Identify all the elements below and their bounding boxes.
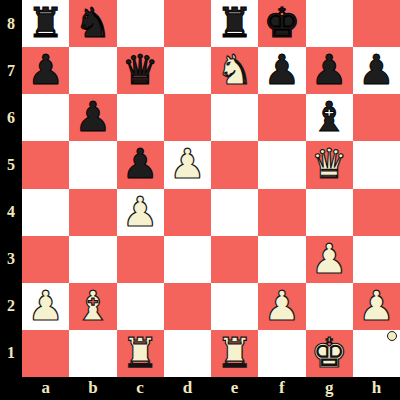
- square-b1[interactable]: [69, 330, 116, 377]
- rank-label-6: 6: [0, 94, 22, 141]
- file-label-g: g: [306, 377, 353, 400]
- black-pawn-h7: ♟: [358, 50, 395, 91]
- rank-labels: 87654321: [0, 0, 22, 377]
- square-e5[interactable]: [211, 141, 258, 188]
- square-c5[interactable]: ♟: [117, 141, 164, 188]
- white-pawn-d5: ♟: [169, 144, 206, 185]
- white-queen-g5: ♛: [311, 144, 348, 185]
- square-f5[interactable]: [258, 141, 305, 188]
- square-h8[interactable]: [353, 0, 400, 47]
- white-pawn-f2: ♟: [263, 286, 300, 327]
- square-b6[interactable]: ♟: [69, 94, 116, 141]
- square-f1[interactable]: [258, 330, 305, 377]
- white-knight-e7: ♞: [216, 50, 253, 91]
- square-e7[interactable]: ♞: [211, 47, 258, 94]
- square-b7[interactable]: [69, 47, 116, 94]
- square-h7[interactable]: ♟: [353, 47, 400, 94]
- black-pawn-a7: ♟: [27, 50, 64, 91]
- file-label-e: e: [211, 377, 258, 400]
- black-knight-b8: ♞: [74, 3, 111, 44]
- square-a7[interactable]: ♟: [22, 47, 69, 94]
- square-f8[interactable]: ♚: [258, 0, 305, 47]
- file-label-f: f: [258, 377, 305, 400]
- square-b2[interactable]: ♝: [69, 283, 116, 330]
- white-king-g1: ♚: [311, 333, 348, 374]
- square-c6[interactable]: [117, 94, 164, 141]
- square-c8[interactable]: [117, 0, 164, 47]
- square-d2[interactable]: [164, 283, 211, 330]
- square-f3[interactable]: [258, 236, 305, 283]
- rank-label-7: 7: [0, 47, 22, 94]
- square-c7[interactable]: ♛: [117, 47, 164, 94]
- black-queen-c7: ♛: [122, 50, 159, 91]
- white-pawn-c4: ♟: [122, 192, 159, 233]
- rank-label-8: 8: [0, 0, 22, 47]
- white-pawn-h2: ♟: [358, 286, 395, 327]
- square-f2[interactable]: ♟: [258, 283, 305, 330]
- black-pawn-b6: ♟: [74, 97, 111, 138]
- square-d3[interactable]: [164, 236, 211, 283]
- square-d5[interactable]: ♟: [164, 141, 211, 188]
- square-e1[interactable]: ♜: [211, 330, 258, 377]
- square-g2[interactable]: [306, 283, 353, 330]
- square-d4[interactable]: [164, 189, 211, 236]
- square-f4[interactable]: [258, 189, 305, 236]
- square-e2[interactable]: [211, 283, 258, 330]
- black-pawn-f7: ♟: [263, 50, 300, 91]
- square-a2[interactable]: ♟: [22, 283, 69, 330]
- square-h6[interactable]: [353, 94, 400, 141]
- file-label-c: c: [117, 377, 164, 400]
- black-king-f8: ♚: [263, 3, 300, 44]
- square-h1[interactable]: [353, 330, 400, 377]
- square-c2[interactable]: [117, 283, 164, 330]
- board: ♜♞♜♚♟♛♞♟♟♟♟♝♟♟♛♟♟♟♝♟♟♜♜♚: [22, 0, 400, 377]
- square-g6[interactable]: ♝: [306, 94, 353, 141]
- square-d1[interactable]: [164, 330, 211, 377]
- black-pawn-c5: ♟: [122, 144, 159, 185]
- square-e4[interactable]: [211, 189, 258, 236]
- square-b8[interactable]: ♞: [69, 0, 116, 47]
- square-h3[interactable]: [353, 236, 400, 283]
- square-g3[interactable]: ♟: [306, 236, 353, 283]
- square-f6[interactable]: [258, 94, 305, 141]
- white-rook-e1: ♜: [216, 333, 253, 374]
- black-rook-a8: ♜: [27, 3, 64, 44]
- square-a1[interactable]: [22, 330, 69, 377]
- square-a4[interactable]: [22, 189, 69, 236]
- square-a6[interactable]: [22, 94, 69, 141]
- square-g1[interactable]: ♚: [306, 330, 353, 377]
- white-pawn-a2: ♟: [27, 286, 64, 327]
- square-b4[interactable]: [69, 189, 116, 236]
- square-g4[interactable]: [306, 189, 353, 236]
- white-pawn-g3: ♟: [311, 239, 348, 280]
- square-c3[interactable]: [117, 236, 164, 283]
- rank-label-2: 2: [0, 283, 22, 330]
- black-bishop-g6: ♝: [311, 97, 348, 138]
- square-a5[interactable]: [22, 141, 69, 188]
- file-label-b: b: [69, 377, 116, 400]
- square-d7[interactable]: [164, 47, 211, 94]
- black-rook-e8: ♜: [216, 3, 253, 44]
- square-e3[interactable]: [211, 236, 258, 283]
- rank-label-1: 1: [0, 330, 22, 377]
- square-d6[interactable]: [164, 94, 211, 141]
- square-b5[interactable]: [69, 141, 116, 188]
- file-label-a: a: [22, 377, 69, 400]
- square-a8[interactable]: ♜: [22, 0, 69, 47]
- square-d8[interactable]: [164, 0, 211, 47]
- white-bishop-b2: ♝: [74, 286, 111, 327]
- rank-label-3: 3: [0, 236, 22, 283]
- chess-diagram: 87654321 ♜♞♜♚♟♛♞♟♟♟♟♝♟♟♛♟♟♟♝♟♟♜♜♚ abcdef…: [0, 0, 400, 400]
- square-c4[interactable]: ♟: [117, 189, 164, 236]
- file-label-h: h: [353, 377, 400, 400]
- white-rook-c1: ♜: [122, 333, 159, 374]
- square-h4[interactable]: [353, 189, 400, 236]
- square-e8[interactable]: ♜: [211, 0, 258, 47]
- rank-label-4: 4: [0, 189, 22, 236]
- square-h5[interactable]: [353, 141, 400, 188]
- square-a3[interactable]: [22, 236, 69, 283]
- file-label-d: d: [164, 377, 211, 400]
- square-f7[interactable]: ♟: [258, 47, 305, 94]
- square-e6[interactable]: [211, 94, 258, 141]
- rank-label-5: 5: [0, 141, 22, 188]
- square-c1[interactable]: ♜: [117, 330, 164, 377]
- square-b3[interactable]: [69, 236, 116, 283]
- black-pawn-g7: ♟: [311, 50, 348, 91]
- square-g8[interactable]: [306, 0, 353, 47]
- square-g7[interactable]: ♟: [306, 47, 353, 94]
- square-g5[interactable]: ♛: [306, 141, 353, 188]
- white-to-move-dot-icon: [387, 331, 397, 341]
- file-labels: abcdefgh: [22, 377, 400, 400]
- square-h2[interactable]: ♟: [353, 283, 400, 330]
